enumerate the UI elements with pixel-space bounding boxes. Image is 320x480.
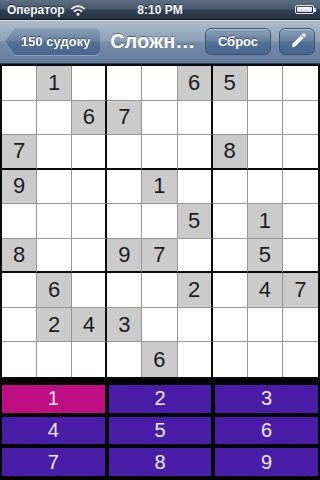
cell-r3c7[interactable]: 8 — [213, 135, 248, 170]
cell-r2c6[interactable] — [178, 101, 213, 136]
cell-r2c3[interactable]: 6 — [72, 101, 107, 136]
cell-r9c3[interactable] — [72, 342, 107, 377]
cell-r5c7[interactable] — [213, 204, 248, 239]
cell-r6c8[interactable]: 5 — [248, 239, 283, 274]
cell-r1c5[interactable] — [142, 66, 177, 101]
cell-r5c5[interactable] — [142, 204, 177, 239]
pencil-icon — [289, 33, 306, 50]
cell-r1c7[interactable]: 5 — [213, 66, 248, 101]
numpad-5[interactable]: 5 — [109, 417, 212, 445]
cell-r8c1[interactable] — [2, 308, 37, 343]
reset-button-label: Сброс — [218, 34, 258, 49]
cell-r4c3[interactable] — [72, 170, 107, 205]
cell-r1c4[interactable] — [107, 66, 142, 101]
cell-r6c5[interactable]: 7 — [142, 239, 177, 274]
cell-r8c6[interactable] — [178, 308, 213, 343]
status-bar: Оператор 8:10 PM — [0, 0, 320, 20]
cell-r7c1[interactable] — [2, 273, 37, 308]
cell-r1c1[interactable] — [2, 66, 37, 101]
cell-r6c3[interactable] — [72, 239, 107, 274]
cell-r7c7[interactable] — [213, 273, 248, 308]
cell-r9c4[interactable] — [107, 342, 142, 377]
cell-r9c9[interactable] — [283, 342, 318, 377]
cell-r1c2[interactable]: 1 — [37, 66, 72, 101]
nav-bar: 150 судоку Сложн… Сброс — [0, 20, 320, 64]
numpad-3[interactable]: 3 — [215, 385, 318, 413]
cell-r2c1[interactable] — [2, 101, 37, 136]
cell-r6c7[interactable] — [213, 239, 248, 274]
cell-r8c4[interactable]: 3 — [107, 308, 142, 343]
numpad-2[interactable]: 2 — [109, 385, 212, 413]
cell-r3c9[interactable] — [283, 135, 318, 170]
sudoku-grid: 16567789151897562472436 — [0, 64, 320, 379]
cell-r6c6[interactable] — [178, 239, 213, 274]
cell-r2c5[interactable] — [142, 101, 177, 136]
cell-r8c9[interactable] — [283, 308, 318, 343]
numpad-7[interactable]: 7 — [2, 448, 105, 476]
cell-r9c7[interactable] — [213, 342, 248, 377]
cell-r4c6[interactable] — [178, 170, 213, 205]
cell-r2c7[interactable] — [213, 101, 248, 136]
back-button[interactable]: 150 судоку — [5, 28, 100, 55]
cell-r6c1[interactable]: 8 — [2, 239, 37, 274]
numpad-9[interactable]: 9 — [215, 448, 318, 476]
cell-r1c6[interactable]: 6 — [178, 66, 213, 101]
cell-r5c3[interactable] — [72, 204, 107, 239]
cell-r7c8[interactable]: 4 — [248, 273, 283, 308]
cell-r8c8[interactable] — [248, 308, 283, 343]
cell-r9c8[interactable] — [248, 342, 283, 377]
cell-r7c5[interactable] — [142, 273, 177, 308]
numpad-4[interactable]: 4 — [2, 417, 105, 445]
cell-r9c5[interactable]: 6 — [142, 342, 177, 377]
numpad: 123456789 — [0, 379, 320, 480]
clock: 8:10 PM — [0, 3, 320, 17]
cell-r1c9[interactable] — [283, 66, 318, 101]
cell-r5c1[interactable] — [2, 204, 37, 239]
reset-button[interactable]: Сброс — [205, 28, 271, 55]
cell-r5c6[interactable]: 5 — [178, 204, 213, 239]
cell-r9c1[interactable] — [2, 342, 37, 377]
cell-r7c9[interactable]: 7 — [283, 273, 318, 308]
cell-r3c3[interactable] — [72, 135, 107, 170]
cell-r6c2[interactable] — [37, 239, 72, 274]
cell-r4c9[interactable] — [283, 170, 318, 205]
cell-r4c4[interactable] — [107, 170, 142, 205]
cell-r5c8[interactable]: 1 — [248, 204, 283, 239]
cell-r7c6[interactable]: 2 — [178, 273, 213, 308]
cell-r1c8[interactable] — [248, 66, 283, 101]
cell-r6c9[interactable] — [283, 239, 318, 274]
cell-r7c4[interactable] — [107, 273, 142, 308]
cell-r3c6[interactable] — [178, 135, 213, 170]
cell-r3c2[interactable] — [37, 135, 72, 170]
cell-r5c2[interactable] — [37, 204, 72, 239]
numpad-1[interactable]: 1 — [2, 385, 105, 413]
cell-r3c8[interactable] — [248, 135, 283, 170]
cell-r8c3[interactable]: 4 — [72, 308, 107, 343]
cell-r4c5[interactable]: 1 — [142, 170, 177, 205]
numpad-6[interactable]: 6 — [215, 417, 318, 445]
cell-r8c5[interactable] — [142, 308, 177, 343]
cell-r5c4[interactable] — [107, 204, 142, 239]
cell-r1c3[interactable] — [72, 66, 107, 101]
back-button-label: 150 судоку — [21, 34, 90, 49]
cell-r9c6[interactable] — [178, 342, 213, 377]
cell-r4c1[interactable]: 9 — [2, 170, 37, 205]
cell-r4c8[interactable] — [248, 170, 283, 205]
cell-r8c2[interactable]: 2 — [37, 308, 72, 343]
cell-r3c4[interactable] — [107, 135, 142, 170]
cell-r6c4[interactable]: 9 — [107, 239, 142, 274]
cell-r7c2[interactable]: 6 — [37, 273, 72, 308]
cell-r5c9[interactable] — [283, 204, 318, 239]
cell-r2c8[interactable] — [248, 101, 283, 136]
cell-r4c2[interactable] — [37, 170, 72, 205]
page-title: Сложн… — [100, 30, 205, 53]
cell-r3c1[interactable]: 7 — [2, 135, 37, 170]
cell-r3c5[interactable] — [142, 135, 177, 170]
numpad-8[interactable]: 8 — [109, 448, 212, 476]
pencil-button[interactable] — [279, 28, 315, 55]
cell-r9c2[interactable] — [37, 342, 72, 377]
cell-r4c7[interactable] — [213, 170, 248, 205]
cell-r2c4[interactable]: 7 — [107, 101, 142, 136]
battery-icon — [295, 5, 314, 14]
cell-r8c7[interactable] — [213, 308, 248, 343]
cell-r7c3[interactable] — [72, 273, 107, 308]
cell-r2c9[interactable] — [283, 101, 318, 136]
cell-r2c2[interactable] — [37, 101, 72, 136]
